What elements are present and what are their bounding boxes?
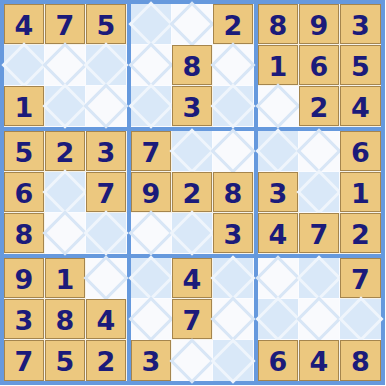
sudoku-board: 4752893816513245237667928318347291473847…: [0, 0, 385, 385]
cell-r2c1[interactable]: [4, 45, 45, 86]
cell-r8c2[interactable]: 8: [45, 299, 86, 340]
cell-digit: 3: [97, 139, 116, 166]
cell-r7c4[interactable]: [131, 258, 172, 299]
empty-cell-diamond-icon: [83, 83, 128, 128]
cell-r6c5[interactable]: [172, 213, 213, 254]
cell-digit: 9: [310, 12, 329, 39]
empty-cell-diamond-icon: [83, 255, 128, 300]
cell-digit: 7: [142, 139, 161, 166]
cell-r7c7[interactable]: [258, 258, 299, 299]
empty-cell-diamond-icon: [42, 169, 87, 214]
cell-r7c3[interactable]: [86, 258, 127, 299]
cell-r9c4[interactable]: 3: [131, 340, 172, 381]
cell-r2c6[interactable]: [213, 45, 254, 86]
cell-r1c2[interactable]: 7: [45, 4, 86, 45]
cell-r6c6[interactable]: 3: [213, 213, 254, 254]
cell-digit: 8: [183, 53, 202, 80]
cell-digit: 1: [269, 53, 288, 80]
cell-r5c2[interactable]: [45, 172, 86, 213]
cell-digit: 1: [351, 180, 370, 207]
cell-r1c4[interactable]: [131, 4, 172, 45]
cell-r5c4[interactable]: 9: [131, 172, 172, 213]
cell-r9c6[interactable]: [213, 340, 254, 381]
empty-cell-diamond-icon: [169, 1, 214, 46]
empty-cell-diamond-icon: [42, 42, 87, 87]
cell-digit: 2: [183, 180, 202, 207]
cell-r8c5[interactable]: 7: [172, 299, 213, 340]
cell-digit: 8: [15, 221, 34, 248]
cell-digit: 5: [351, 53, 370, 80]
cell-digit: 2: [310, 94, 329, 121]
cell-r3c3[interactable]: [86, 86, 127, 127]
cell-r5c3[interactable]: 7: [86, 172, 127, 213]
cell-r4c4[interactable]: 7: [131, 131, 172, 172]
cell-digit: 1: [56, 266, 75, 293]
cell-r8c9[interactable]: [340, 299, 381, 340]
empty-cell-diamond-icon: [42, 83, 87, 128]
cell-digit: 6: [310, 53, 329, 80]
cell-r8c1[interactable]: 3: [4, 299, 45, 340]
cell-r7c1[interactable]: 9: [4, 258, 45, 299]
cell-digit: 7: [183, 307, 202, 334]
cell-r3c6[interactable]: [213, 86, 254, 127]
cell-r3c4[interactable]: [131, 86, 172, 127]
cell-r7c5[interactable]: 4: [172, 258, 213, 299]
cell-r4c3[interactable]: 3: [86, 131, 127, 172]
cell-r6c4[interactable]: [131, 213, 172, 254]
cell-digit: 5: [97, 12, 116, 39]
cell-digit: 5: [15, 139, 34, 166]
cell-digit: 6: [269, 348, 288, 375]
empty-cell-diamond-icon: [255, 128, 300, 173]
cell-digit: 8: [351, 348, 370, 375]
cell-r1c5[interactable]: [172, 4, 213, 45]
empty-cell-diamond-icon: [296, 169, 341, 214]
cell-r6c8[interactable]: 7: [299, 213, 340, 254]
cell-digit: 4: [183, 266, 202, 293]
cell-r5c7[interactable]: 3: [258, 172, 299, 213]
empty-cell-diamond-icon: [338, 296, 383, 341]
cell-r8c8[interactable]: [299, 299, 340, 340]
cell-digit: 3: [351, 12, 370, 39]
cell-r5c6[interactable]: 8: [213, 172, 254, 213]
empty-cell-diamond-icon: [83, 42, 128, 87]
cell-r3c9[interactable]: 4: [340, 86, 381, 127]
cell-digit: 4: [269, 221, 288, 248]
cell-r4c8[interactable]: [299, 131, 340, 172]
cell-r5c5[interactable]: 2: [172, 172, 213, 213]
cell-r3c7[interactable]: [258, 86, 299, 127]
cell-r6c7[interactable]: 4: [258, 213, 299, 254]
cell-r9c2[interactable]: 5: [45, 340, 86, 381]
cell-r7c6[interactable]: [213, 258, 254, 299]
cell-digit: 7: [56, 12, 75, 39]
empty-cell-diamond-icon: [255, 255, 300, 300]
cell-r8c4[interactable]: [131, 299, 172, 340]
cell-r9c1[interactable]: 7: [4, 340, 45, 381]
cell-r6c9[interactable]: 2: [340, 213, 381, 254]
cell-r7c9[interactable]: 7: [340, 258, 381, 299]
cell-r4c9[interactable]: 6: [340, 131, 381, 172]
empty-cell-diamond-icon: [210, 296, 255, 341]
empty-cell-diamond-icon: [210, 128, 255, 173]
cell-r2c9[interactable]: 5: [340, 45, 381, 86]
cell-digit: 9: [142, 180, 161, 207]
cell-digit: 4: [15, 12, 34, 39]
cell-r7c8[interactable]: [299, 258, 340, 299]
cell-r5c8[interactable]: [299, 172, 340, 213]
cell-r1c9[interactable]: 3: [340, 4, 381, 45]
cell-r1c1[interactable]: 4: [4, 4, 45, 45]
cell-digit: 4: [310, 348, 329, 375]
empty-cell-diamond-icon: [210, 42, 255, 87]
empty-cell-diamond-icon: [210, 255, 255, 300]
cell-r9c9[interactable]: 8: [340, 340, 381, 381]
cell-r9c8[interactable]: 4: [299, 340, 340, 381]
cell-digit: 9: [15, 266, 34, 293]
empty-cell-diamond-icon: [42, 210, 87, 255]
cell-r2c2[interactable]: [45, 45, 86, 86]
cell-r5c9[interactable]: 1: [340, 172, 381, 213]
cell-digit: 5: [56, 348, 75, 375]
cell-r4c2[interactable]: 2: [45, 131, 86, 172]
empty-cell-diamond-icon: [296, 296, 341, 341]
cell-r2c5[interactable]: 8: [172, 45, 213, 86]
cell-r9c7[interactable]: 6: [258, 340, 299, 381]
cell-r4c6[interactable]: [213, 131, 254, 172]
cell-digit: 4: [97, 307, 116, 334]
empty-cell-diamond-icon: [128, 255, 173, 300]
cell-r9c5[interactable]: [172, 340, 213, 381]
cell-r3c1[interactable]: 1: [4, 86, 45, 127]
cell-r3c8[interactable]: 2: [299, 86, 340, 127]
empty-cell-diamond-icon: [169, 338, 214, 383]
cell-digit: 3: [142, 348, 161, 375]
cell-r3c5[interactable]: 3: [172, 86, 213, 127]
cell-digit: 6: [15, 180, 34, 207]
empty-cell-diamond-icon: [255, 83, 300, 128]
cell-digit: 7: [351, 266, 370, 293]
empty-cell-diamond-icon: [296, 255, 341, 300]
cell-digit: 3: [15, 307, 34, 334]
cell-r3c2[interactable]: [45, 86, 86, 127]
cell-r4c7[interactable]: [258, 131, 299, 172]
cell-digit: 3: [224, 221, 243, 248]
empty-cell-diamond-icon: [169, 210, 214, 255]
cell-r6c3[interactable]: [86, 213, 127, 254]
cell-r1c7[interactable]: 8: [258, 4, 299, 45]
cell-digit: 1: [15, 94, 34, 121]
empty-cell-diamond-icon: [1, 42, 46, 87]
cell-r5c1[interactable]: 6: [4, 172, 45, 213]
cell-r1c6[interactable]: 2: [213, 4, 254, 45]
empty-cell-diamond-icon: [210, 83, 255, 128]
cell-r6c2[interactable]: [45, 213, 86, 254]
cell-r8c6[interactable]: [213, 299, 254, 340]
cell-r4c1[interactable]: 5: [4, 131, 45, 172]
empty-cell-diamond-icon: [128, 296, 173, 341]
cell-digit: 3: [183, 94, 202, 121]
cell-r4c5[interactable]: [172, 131, 213, 172]
cell-r1c8[interactable]: 9: [299, 4, 340, 45]
cell-digit: 8: [269, 12, 288, 39]
cell-r1c3[interactable]: 5: [86, 4, 127, 45]
cell-digit: 8: [56, 307, 75, 334]
empty-cell-diamond-icon: [255, 296, 300, 341]
empty-cell-diamond-icon: [210, 338, 255, 383]
empty-cell-diamond-icon: [128, 42, 173, 87]
empty-cell-diamond-icon: [296, 128, 341, 173]
cell-digit: 2: [351, 221, 370, 248]
cell-digit: 4: [351, 94, 370, 121]
cell-digit: 2: [224, 12, 243, 39]
cell-r9c3[interactable]: 2: [86, 340, 127, 381]
cell-digit: 8: [224, 180, 243, 207]
cell-r8c7[interactable]: [258, 299, 299, 340]
empty-cell-diamond-icon: [128, 83, 173, 128]
cell-r6c1[interactable]: 8: [4, 213, 45, 254]
empty-cell-diamond-icon: [83, 210, 128, 255]
cell-r8c3[interactable]: 4: [86, 299, 127, 340]
cell-r7c2[interactable]: 1: [45, 258, 86, 299]
empty-cell-diamond-icon: [128, 210, 173, 255]
cell-digit: 2: [97, 348, 116, 375]
empty-cell-diamond-icon: [169, 128, 214, 173]
cell-digit: 6: [351, 139, 370, 166]
cell-digit: 7: [97, 180, 116, 207]
cell-r2c7[interactable]: 1: [258, 45, 299, 86]
cell-r2c4[interactable]: [131, 45, 172, 86]
empty-cell-diamond-icon: [128, 1, 173, 46]
cell-digit: 7: [310, 221, 329, 248]
cell-digit: 7: [15, 348, 34, 375]
cell-r2c3[interactable]: [86, 45, 127, 86]
cell-digit: 3: [269, 180, 288, 207]
cell-r2c8[interactable]: 6: [299, 45, 340, 86]
cell-digit: 2: [56, 139, 75, 166]
